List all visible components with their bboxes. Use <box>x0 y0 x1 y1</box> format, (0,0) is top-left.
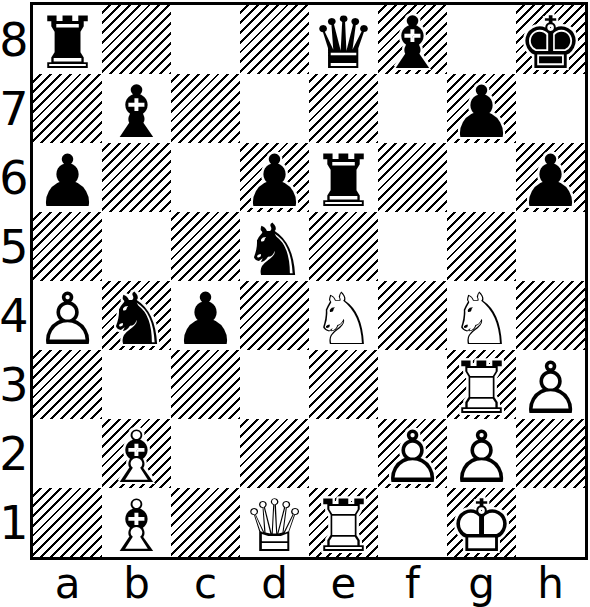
black-rook[interactable]: ♜ <box>309 143 378 212</box>
black-queen[interactable]: ♛ <box>309 5 378 74</box>
piece-glyph: ♙ <box>380 421 445 493</box>
piece-glyph: ♕ <box>242 490 307 562</box>
piece-glyph: ♚ <box>518 7 583 79</box>
square-b8[interactable] <box>102 5 171 74</box>
file-label-a: a <box>33 560 102 607</box>
square-e2[interactable] <box>309 419 378 488</box>
black-pawn[interactable]: ♟ <box>447 74 516 143</box>
file-label-h: h <box>516 560 585 607</box>
piece-glyph: ♝ <box>380 7 445 79</box>
rank-label-3: 3 <box>0 350 28 419</box>
square-d7[interactable] <box>240 74 309 143</box>
square-a2[interactable] <box>33 419 102 488</box>
square-h8[interactable]: ♚ <box>516 5 585 74</box>
piece-glyph: ♞ <box>242 214 307 286</box>
square-f3[interactable] <box>378 350 447 419</box>
square-h2[interactable] <box>516 419 585 488</box>
piece-glyph: ♟ <box>35 145 100 217</box>
white-pawn[interactable]: ♟♙ <box>33 281 102 350</box>
square-d2[interactable] <box>240 419 309 488</box>
piece-glyph: ♗ <box>104 421 169 493</box>
square-b5[interactable] <box>102 212 171 281</box>
square-b4[interactable]: ♞ <box>102 281 171 350</box>
square-d5[interactable]: ♞ <box>240 212 309 281</box>
piece-glyph: ♟ <box>242 145 307 217</box>
square-h4[interactable] <box>516 281 585 350</box>
rank-labels: 8 7 6 5 4 3 2 1 <box>0 5 28 557</box>
piece-glyph: ♜ <box>35 7 100 79</box>
rank-label-8: 8 <box>0 5 28 74</box>
white-bishop[interactable]: ♝♗ <box>102 419 171 488</box>
chess-diagram: 8 7 6 5 4 3 2 1 ♜♛♝♚♝♟♟♟♜♟♞♟♙♞♟♞♘♞♘♜♖♟♙♝… <box>0 0 590 607</box>
square-b2[interactable]: ♝♗ <box>102 419 171 488</box>
square-g7[interactable]: ♟ <box>447 74 516 143</box>
white-knight[interactable]: ♞♘ <box>309 281 378 350</box>
square-d6[interactable]: ♟ <box>240 143 309 212</box>
square-c5[interactable] <box>171 212 240 281</box>
black-bishop[interactable]: ♝ <box>378 5 447 74</box>
square-f6[interactable] <box>378 143 447 212</box>
square-a6[interactable]: ♟ <box>33 143 102 212</box>
square-d8[interactable] <box>240 5 309 74</box>
square-g3[interactable]: ♜♖ <box>447 350 516 419</box>
black-knight[interactable]: ♞ <box>240 212 309 281</box>
black-rook[interactable]: ♜ <box>33 5 102 74</box>
white-bishop[interactable]: ♝♗ <box>102 488 171 557</box>
square-e7[interactable] <box>309 74 378 143</box>
square-g1[interactable]: ♚♔ <box>447 488 516 557</box>
square-c3[interactable] <box>171 350 240 419</box>
black-pawn[interactable]: ♟ <box>171 281 240 350</box>
piece-glyph: ♟ <box>173 283 238 355</box>
square-h3[interactable]: ♟♙ <box>516 350 585 419</box>
square-e8[interactable]: ♛ <box>309 5 378 74</box>
square-c7[interactable] <box>171 74 240 143</box>
square-a3[interactable] <box>33 350 102 419</box>
square-e1[interactable]: ♜♖ <box>309 488 378 557</box>
rank-label-2: 2 <box>0 419 28 488</box>
piece-glyph: ♟ <box>449 76 514 148</box>
square-d4[interactable] <box>240 281 309 350</box>
square-b7[interactable]: ♝ <box>102 74 171 143</box>
file-label-c: c <box>171 560 240 607</box>
piece-glyph: ♔ <box>449 490 514 562</box>
square-f7[interactable] <box>378 74 447 143</box>
black-pawn[interactable]: ♟ <box>516 143 585 212</box>
piece-glyph: ♖ <box>449 352 514 424</box>
file-label-g: g <box>447 560 516 607</box>
rank-label-5: 5 <box>0 212 28 281</box>
piece-glyph: ♘ <box>311 283 376 355</box>
rank-label-4: 4 <box>0 281 28 350</box>
black-knight[interactable]: ♞ <box>102 281 171 350</box>
square-a4[interactable]: ♟♙ <box>33 281 102 350</box>
white-rook[interactable]: ♜♖ <box>447 350 516 419</box>
rank-label-6: 6 <box>0 143 28 212</box>
square-d1[interactable]: ♛♕ <box>240 488 309 557</box>
square-g8[interactable] <box>447 5 516 74</box>
piece-glyph: ♟ <box>518 145 583 217</box>
piece-glyph: ♗ <box>104 490 169 562</box>
file-labels: a b c d e f g h <box>33 560 585 607</box>
square-g6[interactable] <box>447 143 516 212</box>
piece-glyph: ♛ <box>311 7 376 79</box>
square-f2[interactable]: ♟♙ <box>378 419 447 488</box>
file-label-f: f <box>378 560 447 607</box>
square-c4[interactable]: ♟ <box>171 281 240 350</box>
black-pawn[interactable]: ♟ <box>33 143 102 212</box>
square-b3[interactable] <box>102 350 171 419</box>
white-queen[interactable]: ♛♕ <box>240 488 309 557</box>
square-g4[interactable]: ♞♘ <box>447 281 516 350</box>
black-pawn[interactable]: ♟ <box>240 143 309 212</box>
rank-label-7: 7 <box>0 74 28 143</box>
square-c2[interactable] <box>171 419 240 488</box>
square-h5[interactable] <box>516 212 585 281</box>
square-a5[interactable] <box>33 212 102 281</box>
square-c6[interactable] <box>171 143 240 212</box>
piece-glyph: ♝ <box>104 76 169 148</box>
piece-glyph: ♙ <box>449 421 514 493</box>
square-h1[interactable] <box>516 488 585 557</box>
square-f8[interactable]: ♝ <box>378 5 447 74</box>
white-rook[interactable]: ♜♖ <box>309 488 378 557</box>
square-b6[interactable] <box>102 143 171 212</box>
square-g5[interactable] <box>447 212 516 281</box>
square-f4[interactable] <box>378 281 447 350</box>
square-f1[interactable] <box>378 488 447 557</box>
piece-glyph: ♙ <box>35 283 100 355</box>
piece-glyph: ♜ <box>311 145 376 217</box>
piece-glyph: ♞ <box>104 283 169 355</box>
white-pawn[interactable]: ♟♙ <box>516 350 585 419</box>
black-bishop[interactable]: ♝ <box>102 74 171 143</box>
square-g2[interactable]: ♟♙ <box>447 419 516 488</box>
square-a1[interactable] <box>33 488 102 557</box>
chess-board: ♜♛♝♚♝♟♟♟♜♟♞♟♙♞♟♞♘♞♘♜♖♟♙♝♗♟♙♟♙♝♗♛♕♜♖♚♔ <box>30 2 588 560</box>
file-label-b: b <box>102 560 171 607</box>
file-label-d: d <box>240 560 309 607</box>
square-f5[interactable] <box>378 212 447 281</box>
square-e6[interactable]: ♜ <box>309 143 378 212</box>
square-e3[interactable] <box>309 350 378 419</box>
square-h6[interactable]: ♟ <box>516 143 585 212</box>
piece-glyph: ♖ <box>311 490 376 562</box>
square-c8[interactable] <box>171 5 240 74</box>
white-pawn[interactable]: ♟♙ <box>378 419 447 488</box>
square-e4[interactable]: ♞♘ <box>309 281 378 350</box>
black-king[interactable]: ♚ <box>516 5 585 74</box>
file-label-e: e <box>309 560 378 607</box>
square-d3[interactable] <box>240 350 309 419</box>
piece-glyph: ♘ <box>449 283 514 355</box>
square-c1[interactable] <box>171 488 240 557</box>
white-pawn[interactable]: ♟♙ <box>447 419 516 488</box>
square-h7[interactable] <box>516 74 585 143</box>
piece-glyph: ♙ <box>518 352 583 424</box>
white-knight[interactable]: ♞♘ <box>447 281 516 350</box>
square-a8[interactable]: ♜ <box>33 5 102 74</box>
square-b1[interactable]: ♝♗ <box>102 488 171 557</box>
rank-label-1: 1 <box>0 488 28 557</box>
square-e5[interactable] <box>309 212 378 281</box>
square-a7[interactable] <box>33 74 102 143</box>
white-king[interactable]: ♚♔ <box>447 488 516 557</box>
